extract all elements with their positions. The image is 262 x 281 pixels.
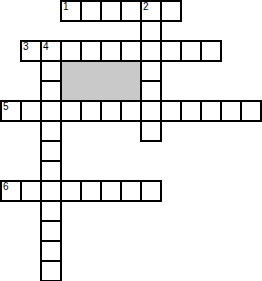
grid-cell[interactable] (40, 220, 62, 242)
clue-number-3: 3 (23, 42, 29, 52)
grid-cell[interactable] (140, 20, 162, 42)
grid-cell[interactable] (180, 100, 202, 122)
grid-cell[interactable] (60, 100, 82, 122)
crossword-board: 123456 (0, 0, 262, 281)
grid-cell[interactable] (180, 40, 202, 62)
grid-cell[interactable] (100, 100, 122, 122)
grid-cell[interactable] (80, 180, 102, 202)
grid-cell[interactable] (100, 0, 122, 22)
grid-cell[interactable] (140, 120, 162, 142)
grid-cell[interactable] (60, 180, 82, 202)
grid-cell[interactable] (80, 100, 102, 122)
grid-cell[interactable] (40, 80, 62, 102)
grid-cell[interactable] (20, 100, 42, 122)
grid-cell[interactable] (40, 60, 62, 82)
grid-cell[interactable] (120, 180, 142, 202)
grid-cell[interactable] (40, 240, 62, 262)
grid-cell[interactable] (20, 180, 42, 202)
grid-cell[interactable] (220, 100, 242, 122)
clue-number-4: 4 (43, 42, 49, 52)
clue-number-5: 5 (3, 102, 9, 112)
grid-cell[interactable] (160, 100, 182, 122)
grid-cell[interactable] (120, 100, 142, 122)
grid-cell[interactable] (200, 40, 222, 62)
clue-number-6: 6 (3, 182, 9, 192)
grid-cell[interactable] (240, 100, 262, 122)
grid-cell[interactable] (160, 40, 182, 62)
grid-cell[interactable] (80, 40, 102, 62)
clue-number-1: 1 (63, 2, 69, 12)
grid-cell[interactable] (40, 260, 62, 281)
grid-cell[interactable] (40, 200, 62, 222)
grid-cell[interactable] (140, 100, 162, 122)
grid-cell[interactable] (200, 100, 222, 122)
grid-cell[interactable] (40, 180, 62, 202)
grid-cell[interactable] (40, 160, 62, 182)
grid-cell[interactable] (140, 40, 162, 62)
grid-cell[interactable] (120, 40, 142, 62)
grid-cell[interactable] (60, 40, 82, 62)
grid-cell[interactable] (40, 140, 62, 162)
grid-cell[interactable] (140, 180, 162, 202)
grid-cell[interactable] (140, 60, 162, 82)
grid-cell[interactable] (40, 100, 62, 122)
shaded-block (60, 60, 142, 102)
clue-number-2: 2 (143, 2, 149, 12)
grid-cell[interactable] (100, 180, 122, 202)
grid-cell[interactable] (40, 120, 62, 142)
grid-cell[interactable] (120, 0, 142, 22)
grid-cell[interactable] (140, 80, 162, 102)
grid-cell[interactable] (160, 0, 182, 22)
grid-cell[interactable] (100, 40, 122, 62)
grid-cell[interactable] (80, 0, 102, 22)
